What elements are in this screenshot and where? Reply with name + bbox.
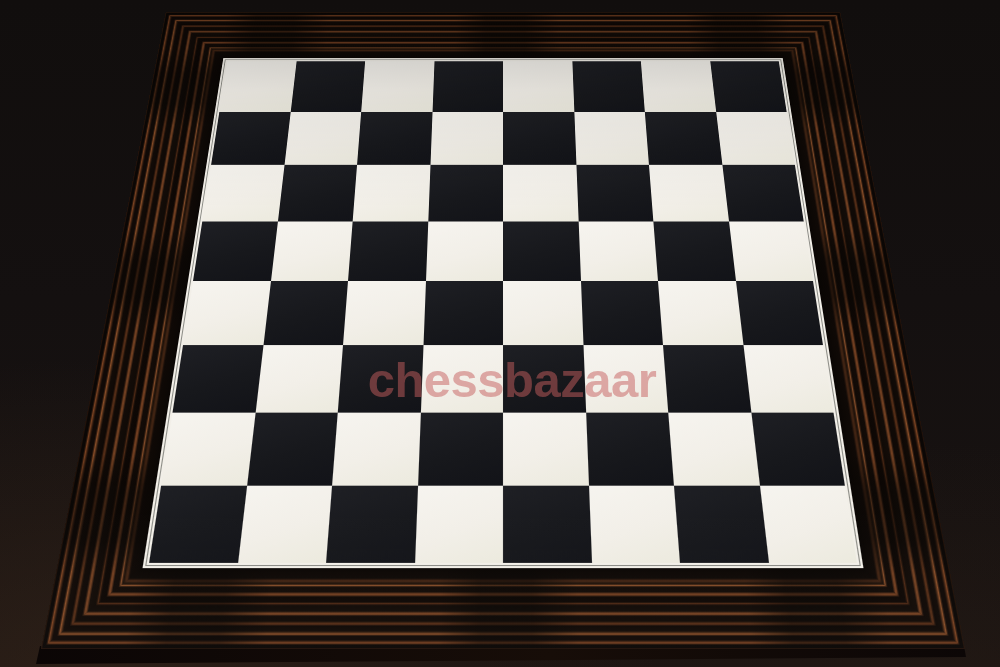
square-d7 bbox=[430, 112, 503, 165]
square-g7 bbox=[645, 112, 722, 165]
board-frame-bottom bbox=[41, 568, 965, 649]
square-b2 bbox=[247, 413, 338, 486]
square-a3 bbox=[172, 345, 263, 413]
square-a1 bbox=[149, 485, 247, 563]
square-a2 bbox=[161, 413, 255, 486]
square-a4 bbox=[183, 281, 270, 345]
square-e8 bbox=[503, 61, 574, 111]
square-d1 bbox=[415, 485, 503, 563]
square-g5 bbox=[653, 221, 735, 281]
square-c8 bbox=[361, 61, 434, 111]
square-h8 bbox=[710, 61, 787, 111]
square-h2 bbox=[751, 413, 845, 486]
square-f4 bbox=[581, 281, 663, 345]
square-a7 bbox=[211, 112, 290, 165]
square-c4 bbox=[343, 281, 425, 345]
square-d6 bbox=[428, 165, 503, 221]
square-a5 bbox=[193, 221, 277, 281]
square-g4 bbox=[658, 281, 743, 345]
square-g6 bbox=[649, 165, 729, 221]
square-c6 bbox=[353, 165, 430, 221]
square-c1 bbox=[326, 485, 418, 563]
square-b1 bbox=[238, 485, 333, 563]
square-d5 bbox=[426, 221, 504, 281]
square-e2 bbox=[503, 413, 588, 486]
board-frame-top bbox=[157, 12, 850, 58]
board-field bbox=[143, 58, 864, 568]
square-h3 bbox=[743, 345, 834, 413]
square-e3 bbox=[503, 345, 586, 413]
square-f5 bbox=[578, 221, 658, 281]
square-b8 bbox=[290, 61, 365, 111]
square-g8 bbox=[641, 61, 716, 111]
square-f3 bbox=[583, 345, 668, 413]
square-b4 bbox=[263, 281, 348, 345]
board-grid bbox=[149, 61, 857, 563]
square-b3 bbox=[255, 345, 343, 413]
square-h7 bbox=[716, 112, 795, 165]
square-a8 bbox=[219, 61, 296, 111]
square-f8 bbox=[572, 61, 645, 111]
square-e5 bbox=[503, 221, 581, 281]
square-f2 bbox=[586, 413, 674, 486]
square-h4 bbox=[736, 281, 823, 345]
square-f6 bbox=[576, 165, 653, 221]
square-d8 bbox=[432, 61, 503, 111]
square-h1 bbox=[759, 485, 857, 563]
square-g2 bbox=[668, 413, 759, 486]
photo-backdrop: chessbazaar bbox=[0, 0, 1000, 667]
chessboard bbox=[41, 12, 965, 649]
square-h6 bbox=[722, 165, 804, 221]
square-c7 bbox=[357, 112, 432, 165]
square-b6 bbox=[277, 165, 357, 221]
square-c3 bbox=[338, 345, 423, 413]
square-b5 bbox=[271, 221, 353, 281]
square-e4 bbox=[503, 281, 583, 345]
square-e1 bbox=[503, 485, 591, 563]
square-a6 bbox=[202, 165, 284, 221]
square-g1 bbox=[674, 485, 769, 563]
square-h5 bbox=[729, 221, 813, 281]
square-d2 bbox=[418, 413, 503, 486]
square-f7 bbox=[574, 112, 649, 165]
square-d4 bbox=[423, 281, 503, 345]
square-c5 bbox=[348, 221, 428, 281]
square-d3 bbox=[420, 345, 503, 413]
square-f1 bbox=[588, 485, 680, 563]
square-e6 bbox=[503, 165, 578, 221]
square-b7 bbox=[284, 112, 361, 165]
square-e7 bbox=[503, 112, 576, 165]
square-c2 bbox=[332, 413, 420, 486]
square-g3 bbox=[663, 345, 751, 413]
